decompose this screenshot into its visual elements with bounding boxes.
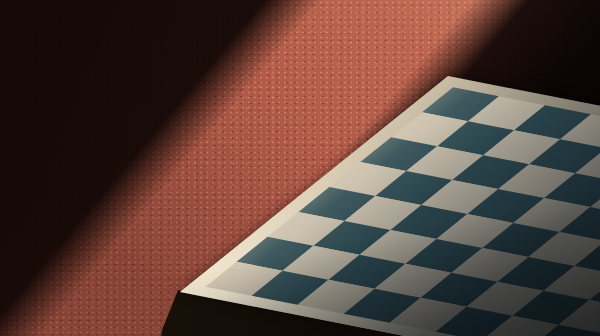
white-rook-icon: ♜ (182, 210, 263, 315)
piece-white-rook-h1: ♜ (182, 218, 263, 308)
white-pawn-icon: ♟ (264, 252, 320, 325)
piece-white-pawn-h2: ♟ (264, 258, 320, 320)
chessboard-photo: ♜♞♝♚♛♝♞♜♟♟♟♟♟♟♟♟ Angled photo of a woode… (0, 0, 600, 336)
